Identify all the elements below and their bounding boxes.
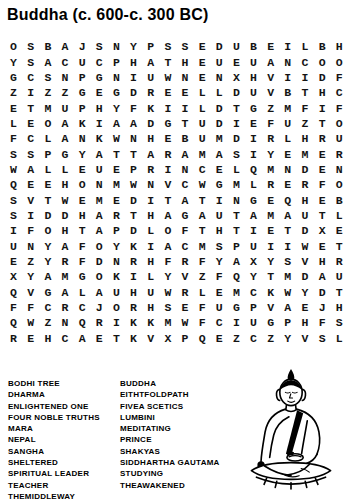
grid-cell: S: [39, 70, 56, 85]
grid-cell: W: [159, 70, 176, 85]
grid-cell: A: [211, 146, 228, 161]
grid-cell: F: [331, 70, 348, 85]
grid-cell: E: [176, 85, 193, 100]
grid-cell: U: [245, 85, 262, 100]
grid-cell: U: [279, 116, 296, 131]
grid-cell: C: [176, 177, 193, 192]
grid-cell: N: [142, 177, 159, 192]
grid-cell: Q: [279, 192, 296, 207]
grid-cell: W: [22, 315, 39, 330]
grid-cell: L: [142, 269, 159, 284]
grid-cell: O: [91, 269, 108, 284]
grid-cell: D: [211, 116, 228, 131]
grid-cell: I: [142, 192, 159, 207]
grid-cell: I: [22, 208, 39, 223]
grid-cell: A: [56, 285, 73, 300]
grid-cell: R: [159, 146, 176, 161]
grid-cell: G: [5, 70, 22, 85]
word-list-item: FIVEA SCETICS: [120, 401, 220, 412]
grid-cell: B: [331, 192, 348, 207]
grid-cell: H: [125, 285, 142, 300]
grid-cell: T: [176, 116, 193, 131]
grid-cell: R: [5, 331, 22, 346]
grid-cell: N: [125, 131, 142, 146]
grid-cell: S: [279, 254, 296, 269]
grid-cell: E: [108, 162, 125, 177]
grid-cell: S: [176, 39, 193, 54]
grid-cell: J: [91, 300, 108, 315]
word-list-item: STUDYING: [120, 468, 220, 479]
grid-cell: W: [194, 177, 211, 192]
grid-cell: O: [5, 39, 22, 54]
grid-cell: I: [262, 238, 279, 253]
grid-cell: I: [279, 238, 296, 253]
grid-cell: U: [245, 238, 262, 253]
grid-cell: E: [22, 116, 39, 131]
grid-cell: G: [262, 315, 279, 330]
grid-cell: Y: [39, 254, 56, 269]
grid-cell: R: [176, 285, 193, 300]
grid-cell: T: [262, 269, 279, 284]
grid-cell: R: [125, 254, 142, 269]
grid-cell: H: [296, 315, 313, 330]
grid-cell: I: [142, 238, 159, 253]
grid-cell: F: [331, 100, 348, 115]
grid-cell: A: [108, 116, 125, 131]
grid-cell: G: [56, 146, 73, 161]
grid-cell: E: [314, 238, 331, 253]
grid-cell: D: [296, 269, 313, 284]
grid-cell: L: [5, 116, 22, 131]
grid-cell: I: [245, 131, 262, 146]
grid-cell: U: [211, 208, 228, 223]
grid-cell: A: [245, 208, 262, 223]
grid-cell: A: [159, 208, 176, 223]
grid-cell: E: [314, 146, 331, 161]
grid-cell: L: [194, 285, 211, 300]
grid-cell: H: [142, 300, 159, 315]
grid-cell: Y: [125, 39, 142, 54]
grid-cell: L: [211, 85, 228, 100]
grid-cell: T: [194, 223, 211, 238]
grid-cell: T: [279, 223, 296, 238]
grid-cell: T: [39, 192, 56, 207]
grid-cell: U: [142, 70, 159, 85]
grid-cell: G: [74, 85, 91, 100]
grid-cell: I: [125, 70, 142, 85]
grid-cell: W: [159, 285, 176, 300]
grid-cell: I: [91, 116, 108, 131]
grid-cell: N: [22, 238, 39, 253]
grid-cell: Y: [262, 146, 279, 161]
grid-cell: C: [176, 238, 193, 253]
grid-cell: D: [125, 85, 142, 100]
grid-cell: O: [331, 54, 348, 69]
grid-cell: K: [125, 238, 142, 253]
word-list-item: SHAKYAS: [120, 446, 220, 457]
grid-cell: N: [211, 70, 228, 85]
grid-cell: F: [5, 131, 22, 146]
grid-cell: E: [22, 331, 39, 346]
grid-cell: A: [91, 146, 108, 161]
grid-cell: Y: [159, 269, 176, 284]
grid-cell: H: [142, 131, 159, 146]
grid-cell: T: [108, 146, 125, 161]
grid-cell: R: [314, 131, 331, 146]
grid-cell: A: [39, 269, 56, 284]
grid-cell: V: [262, 85, 279, 100]
grid-cell: E: [331, 223, 348, 238]
grid-cell: U: [228, 39, 245, 54]
grid-cell: I: [245, 146, 262, 161]
grid-cell: C: [296, 54, 313, 69]
grid-cell: A: [176, 192, 193, 207]
grid-cell: J: [74, 39, 91, 54]
grid-cell: A: [39, 54, 56, 69]
grid-cell: O: [331, 116, 348, 131]
grid-cell: K: [91, 131, 108, 146]
grid-cell: C: [56, 54, 73, 69]
grid-cell: V: [22, 192, 39, 207]
grid-cell: S: [211, 238, 228, 253]
grid-cell: L: [296, 39, 313, 54]
grid-cell: L: [331, 208, 348, 223]
grid-cell: H: [142, 208, 159, 223]
grid-cell: H: [56, 177, 73, 192]
grid-cell: C: [22, 70, 39, 85]
grid-cell: D: [142, 116, 159, 131]
grid-cell: T: [74, 223, 91, 238]
grid-cell: Z: [296, 116, 313, 131]
grid-cell: H: [91, 100, 108, 115]
grid-cell: P: [142, 39, 159, 54]
grid-cell: L: [279, 131, 296, 146]
grid-cell: T: [296, 85, 313, 100]
grid-cell: S: [22, 54, 39, 69]
grid-cell: C: [245, 331, 262, 346]
grid-cell: M: [262, 162, 279, 177]
grid-cell: S: [22, 39, 39, 54]
word-list-item: MARA: [8, 423, 100, 434]
grid-cell: Y: [39, 238, 56, 253]
grid-cell: E: [91, 85, 108, 100]
grid-cell: M: [194, 146, 211, 161]
grid-cell: C: [91, 54, 108, 69]
grid-cell: H: [39, 331, 56, 346]
grid-cell: E: [22, 177, 39, 192]
grid-cell: I: [22, 85, 39, 100]
grid-cell: P: [108, 223, 125, 238]
grid-cell: B: [279, 85, 296, 100]
grid-cell: F: [314, 315, 331, 330]
worksheet-page: Buddha (c. 600-c. 300 BC) OSBAJSNYPSSEDU…: [0, 0, 353, 500]
grid-cell: F: [194, 254, 211, 269]
grid-cell: N: [74, 131, 91, 146]
grid-cell: T: [159, 192, 176, 207]
grid-cell: D: [125, 223, 142, 238]
grid-cell: V: [142, 331, 159, 346]
grid-cell: F: [314, 177, 331, 192]
word-list-item: NEPAL: [8, 434, 100, 445]
grid-cell: X: [228, 70, 245, 85]
grid-cell: E: [159, 131, 176, 146]
grid-cell: Z: [22, 254, 39, 269]
grid-cell: H: [245, 70, 262, 85]
grid-cell: R: [176, 254, 193, 269]
grid-cell: W: [5, 162, 22, 177]
grid-cell: E: [176, 300, 193, 315]
grid-cell: U: [56, 100, 73, 115]
grid-cell: U: [296, 208, 313, 223]
grid-cell: R: [296, 177, 313, 192]
grid-cell: F: [74, 238, 91, 253]
grid-cell: R: [91, 315, 108, 330]
grid-cell: K: [125, 331, 142, 346]
grid-cell: V: [262, 300, 279, 315]
grid-cell: U: [211, 54, 228, 69]
grid-cell: W: [296, 238, 313, 253]
grid-cell: H: [331, 300, 348, 315]
grid-cell: T: [331, 285, 348, 300]
grid-cell: S: [5, 192, 22, 207]
grid-cell: T: [22, 100, 39, 115]
grid-cell: A: [56, 131, 73, 146]
grid-cell: E: [211, 285, 228, 300]
grid-cell: I: [211, 192, 228, 207]
grid-cell: E: [194, 54, 211, 69]
grid-cell: Y: [211, 254, 228, 269]
grid-cell: Y: [296, 285, 313, 300]
grid-cell: S: [228, 146, 245, 161]
grid-cell: P: [228, 238, 245, 253]
grid-cell: N: [228, 192, 245, 207]
grid-cell: N: [91, 177, 108, 192]
word-list-item: DHARMA: [8, 389, 100, 400]
grid-cell: L: [74, 285, 91, 300]
grid-cell: V: [176, 269, 193, 284]
word-list-item: SPIRITUAL LEADER: [8, 468, 100, 479]
grid-cell: G: [245, 100, 262, 115]
grid-cell: Z: [56, 85, 73, 100]
grid-cell: R: [56, 300, 73, 315]
grid-cell: A: [22, 162, 39, 177]
grid-cell: B: [39, 39, 56, 54]
grid-cell: P: [125, 162, 142, 177]
grid-cell: R: [142, 162, 159, 177]
grid-cell: M: [91, 192, 108, 207]
grid-cell: E: [228, 54, 245, 69]
grid-cell: Y: [74, 146, 91, 161]
grid-cell: R: [56, 254, 73, 269]
grid-cell: F: [125, 100, 142, 115]
grid-cell: E: [314, 162, 331, 177]
grid-cell: M: [279, 269, 296, 284]
grid-cell: Z: [39, 315, 56, 330]
grid-cell: F: [22, 223, 39, 238]
grid-cell: Z: [262, 100, 279, 115]
grid-cell: E: [279, 146, 296, 161]
grid-cell: N: [279, 54, 296, 69]
grid-cell: Y: [22, 269, 39, 284]
grid-cell: A: [159, 238, 176, 253]
grid-cell: Y: [5, 54, 22, 69]
grid-cell: R: [262, 177, 279, 192]
grid-cell: E: [194, 39, 211, 54]
grid-cell: T: [331, 238, 348, 253]
grid-cell: A: [262, 54, 279, 69]
grid-cell: I: [314, 100, 331, 115]
grid-cell: O: [314, 54, 331, 69]
grid-cell: L: [142, 223, 159, 238]
grid-cell: A: [142, 146, 159, 161]
grid-cell: S: [5, 208, 22, 223]
grid-cell: E: [5, 254, 22, 269]
grid-cell: E: [108, 192, 125, 207]
grid-cell: E: [74, 192, 91, 207]
grid-cell: B: [314, 39, 331, 54]
grid-cell: I: [245, 223, 262, 238]
grid-cell: K: [125, 315, 142, 330]
grid-cell: A: [228, 254, 245, 269]
grid-cell: C: [245, 285, 262, 300]
grid-cell: H: [211, 223, 228, 238]
page-title: Buddha (c. 600-c. 300 BC): [7, 6, 209, 24]
word-list-item: ENLIGHTENED ONE: [8, 401, 100, 412]
grid-cell: A: [125, 116, 142, 131]
grid-cell: I: [125, 269, 142, 284]
grid-cell: P: [176, 331, 193, 346]
grid-cell: W: [108, 131, 125, 146]
grid-cell: A: [56, 238, 73, 253]
grid-cell: P: [74, 70, 91, 85]
grid-cell: S: [159, 300, 176, 315]
grid-cell: A: [91, 285, 108, 300]
grid-cell: U: [5, 238, 22, 253]
grid-cell: I: [296, 70, 313, 85]
grid-cell: V: [296, 254, 313, 269]
grid-cell: T: [125, 208, 142, 223]
grid-cell: L: [39, 162, 56, 177]
word-list-item: TEACHER: [8, 480, 100, 491]
grid-cell: U: [211, 300, 228, 315]
grid-cell: E: [211, 331, 228, 346]
word-list-column-1: BODHI TREEDHARMAENLIGHTENED ONEFOUR NOBL…: [8, 378, 100, 500]
grid-cell: R: [125, 300, 142, 315]
grid-cell: E: [39, 177, 56, 192]
grid-cell: F: [22, 300, 39, 315]
grid-cell: W: [125, 177, 142, 192]
word-search-grid: OSBAJSNYPSSEDUBEILBHYSACUCPHATHEUEUANCOO…: [5, 39, 348, 346]
grid-cell: X: [314, 223, 331, 238]
grid-cell: L: [194, 100, 211, 115]
word-list-item: LUMBINI: [120, 412, 220, 423]
grid-cell: W: [279, 285, 296, 300]
word-list-item: SHELTERED: [8, 457, 100, 468]
grid-cell: K: [262, 285, 279, 300]
grid-cell: D: [296, 223, 313, 238]
grid-cell: N: [108, 39, 125, 54]
grid-cell: N: [108, 70, 125, 85]
grid-cell: E: [5, 100, 22, 115]
grid-cell: Z: [194, 269, 211, 284]
grid-cell: D: [125, 192, 142, 207]
word-list-item: EITHTFOLDPATH: [120, 389, 220, 400]
grid-cell: M: [228, 177, 245, 192]
grid-cell: O: [159, 223, 176, 238]
grid-cell: F: [5, 300, 22, 315]
grid-cell: C: [194, 162, 211, 177]
grid-cell: Q: [5, 315, 22, 330]
grid-cell: D: [228, 131, 245, 146]
grid-cell: Z: [39, 85, 56, 100]
grid-cell: T: [228, 208, 245, 223]
grid-cell: P: [279, 315, 296, 330]
grid-cell: U: [194, 116, 211, 131]
grid-cell: P: [39, 146, 56, 161]
grid-cell: S: [5, 146, 22, 161]
grid-cell: Y: [279, 331, 296, 346]
grid-cell: E: [262, 192, 279, 207]
grid-cell: G: [228, 300, 245, 315]
grid-cell: P: [74, 100, 91, 115]
grid-cell: E: [245, 116, 262, 131]
grid-cell: G: [91, 70, 108, 85]
buddha-illustration: [243, 368, 339, 496]
grid-cell: D: [91, 254, 108, 269]
grid-cell: D: [211, 100, 228, 115]
grid-cell: K: [142, 315, 159, 330]
grid-cell: R: [331, 254, 348, 269]
grid-cell: M: [39, 100, 56, 115]
grid-cell: W: [176, 315, 193, 330]
grid-cell: E: [211, 162, 228, 177]
grid-cell: E: [296, 300, 313, 315]
grid-cell: F: [159, 254, 176, 269]
grid-cell: H: [125, 54, 142, 69]
grid-cell: C: [331, 85, 348, 100]
grid-cell: O: [108, 300, 125, 315]
grid-cell: R: [108, 208, 125, 223]
grid-cell: G: [211, 177, 228, 192]
grid-cell: F: [194, 315, 211, 330]
grid-cell: F: [296, 100, 313, 115]
grid-cell: H: [314, 254, 331, 269]
grid-cell: Z: [5, 85, 22, 100]
grid-cell: E: [159, 85, 176, 100]
grid-cell: Q: [245, 162, 262, 177]
grid-cell: X: [5, 269, 22, 284]
grid-cell: Z: [262, 331, 279, 346]
grid-cell: D: [228, 85, 245, 100]
grid-cell: S: [91, 39, 108, 54]
grid-cell: S: [159, 39, 176, 54]
grid-cell: Q: [74, 315, 91, 330]
grid-cell: O: [39, 116, 56, 131]
grid-cell: T: [194, 192, 211, 207]
word-list-item: MEDITATING: [120, 423, 220, 434]
grid-cell: H: [56, 223, 73, 238]
word-list-item: FOUR NOBLE TRUTHS: [8, 412, 100, 423]
grid-cell: A: [142, 54, 159, 69]
grid-cell: A: [194, 208, 211, 223]
grid-cell: N: [176, 162, 193, 177]
grid-cell: R: [142, 85, 159, 100]
grid-cell: N: [56, 315, 73, 330]
grid-cell: Y: [108, 100, 125, 115]
grid-cell: L: [56, 162, 73, 177]
grid-cell: E: [262, 39, 279, 54]
grid-cell: E: [262, 223, 279, 238]
